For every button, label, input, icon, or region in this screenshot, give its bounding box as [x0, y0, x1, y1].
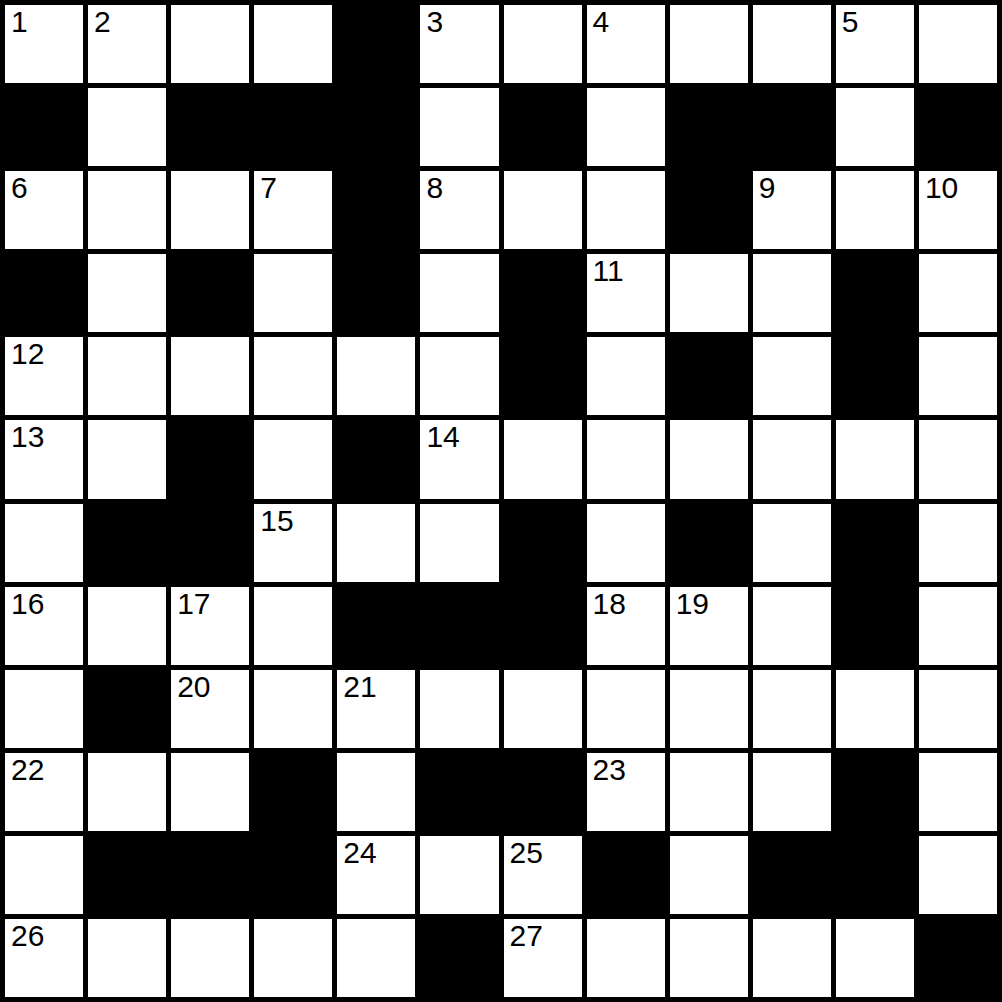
cell-r5c10[interactable]	[836, 420, 914, 498]
block-r4c8	[670, 337, 748, 415]
cell-r5c7[interactable]	[587, 420, 665, 498]
clue-number: 14	[426, 421, 459, 453]
cell-r11c0[interactable]: 26	[5, 919, 83, 997]
cell-r3c9[interactable]	[753, 254, 831, 332]
cell-r0c7[interactable]: 4	[587, 5, 665, 83]
cell-r0c1[interactable]: 2	[88, 5, 166, 83]
cell-r3c1[interactable]	[88, 254, 166, 332]
block-r1c3	[254, 88, 332, 166]
cell-r8c10[interactable]	[836, 670, 914, 748]
cell-r1c7[interactable]	[587, 88, 665, 166]
cell-r2c11[interactable]: 10	[919, 171, 997, 249]
cell-r0c5[interactable]: 3	[420, 5, 498, 83]
clue-number: 6	[11, 172, 28, 204]
block-r10c1	[88, 836, 166, 914]
cell-r2c7[interactable]	[587, 171, 665, 249]
clue-number: 19	[676, 588, 709, 620]
cell-r8c0[interactable]	[5, 670, 83, 748]
cell-r11c6[interactable]: 27	[504, 919, 582, 997]
cell-r7c1[interactable]	[88, 587, 166, 665]
block-r3c2	[171, 254, 249, 332]
cell-r5c6[interactable]	[504, 420, 582, 498]
cell-r4c3[interactable]	[254, 337, 332, 415]
cell-r10c11[interactable]	[919, 836, 997, 914]
cell-r5c5[interactable]: 14	[420, 420, 498, 498]
cell-r4c1[interactable]	[88, 337, 166, 415]
clue-number: 11	[593, 255, 624, 287]
clue-number: 8	[426, 172, 443, 204]
block-r1c8	[670, 88, 748, 166]
clue-number: 22	[11, 754, 44, 786]
clue-number: 16	[11, 588, 44, 620]
cell-r2c9[interactable]: 9	[753, 171, 831, 249]
clue-number: 7	[260, 172, 277, 204]
block-r11c5	[420, 919, 498, 997]
cell-r1c5[interactable]	[420, 88, 498, 166]
cell-r7c3[interactable]	[254, 587, 332, 665]
block-r6c10	[836, 504, 914, 582]
cell-r0c8[interactable]	[670, 5, 748, 83]
block-r6c2	[171, 504, 249, 582]
clue-number: 10	[925, 172, 958, 204]
block-r10c2	[171, 836, 249, 914]
clue-number: 18	[593, 588, 626, 620]
block-r10c10	[836, 836, 914, 914]
cell-r3c7[interactable]: 11	[587, 254, 665, 332]
cell-r3c5[interactable]	[420, 254, 498, 332]
cell-r9c9[interactable]	[753, 753, 831, 831]
cell-r9c8[interactable]	[670, 753, 748, 831]
block-r3c6	[504, 254, 582, 332]
block-r1c9	[753, 88, 831, 166]
cell-r8c4[interactable]: 21	[337, 670, 415, 748]
block-r8c1	[88, 670, 166, 748]
cell-r4c9[interactable]	[753, 337, 831, 415]
cell-r6c4[interactable]	[337, 504, 415, 582]
cell-r0c11[interactable]	[919, 5, 997, 83]
cell-r2c0[interactable]: 6	[5, 171, 83, 249]
cell-r9c0[interactable]: 22	[5, 753, 83, 831]
cell-r8c5[interactable]	[420, 670, 498, 748]
cell-r10c0[interactable]	[5, 836, 83, 914]
cell-r11c7[interactable]	[587, 919, 665, 997]
cell-r4c2[interactable]	[171, 337, 249, 415]
cell-r6c5[interactable]	[420, 504, 498, 582]
cell-r6c9[interactable]	[753, 504, 831, 582]
block-r4c6	[504, 337, 582, 415]
clue-number: 1	[11, 6, 28, 38]
clue-number: 9	[759, 172, 776, 204]
cell-r8c11[interactable]	[919, 670, 997, 748]
block-r1c0	[5, 88, 83, 166]
block-r1c6	[504, 88, 582, 166]
cell-r7c7[interactable]: 18	[587, 587, 665, 665]
block-r5c2	[171, 420, 249, 498]
cell-r1c10[interactable]	[836, 88, 914, 166]
block-r10c3	[254, 836, 332, 914]
cell-r3c8[interactable]	[670, 254, 748, 332]
block-r7c5	[420, 587, 498, 665]
block-r9c6	[504, 753, 582, 831]
clue-number: 23	[593, 754, 626, 786]
cell-r7c2[interactable]: 17	[171, 587, 249, 665]
clue-number: 20	[177, 671, 210, 703]
block-r2c4	[337, 171, 415, 249]
cell-r4c5[interactable]	[420, 337, 498, 415]
block-r1c11	[919, 88, 997, 166]
block-r11c11	[919, 919, 997, 997]
block-r4c10	[836, 337, 914, 415]
cell-r8c6[interactable]	[504, 670, 582, 748]
cell-r0c10[interactable]: 5	[836, 5, 914, 83]
cell-r8c2[interactable]: 20	[171, 670, 249, 748]
block-r3c4	[337, 254, 415, 332]
cell-r0c0[interactable]: 1	[5, 5, 83, 83]
clue-number: 4	[593, 6, 610, 38]
clue-number: 3	[426, 6, 443, 38]
cell-r7c9[interactable]	[753, 587, 831, 665]
block-r6c1	[88, 504, 166, 582]
clue-number: 2	[94, 6, 111, 38]
clue-number: 21	[343, 671, 376, 703]
cell-r2c3[interactable]: 7	[254, 171, 332, 249]
crossword-board: 1234567891011121314151617181920212223242…	[0, 0, 1002, 1002]
cell-r2c5[interactable]: 8	[420, 171, 498, 249]
cell-r0c6[interactable]	[504, 5, 582, 83]
cell-r10c4[interactable]: 24	[337, 836, 415, 914]
cell-r9c7[interactable]: 23	[587, 753, 665, 831]
cell-r7c0[interactable]: 16	[5, 587, 83, 665]
block-r1c2	[171, 88, 249, 166]
cell-r0c3[interactable]	[254, 5, 332, 83]
block-r5c4	[337, 420, 415, 498]
block-r10c9	[753, 836, 831, 914]
clue-number: 26	[11, 920, 44, 952]
cell-r8c7[interactable]	[587, 670, 665, 748]
cell-r6c3[interactable]: 15	[254, 504, 332, 582]
block-r1c4	[337, 88, 415, 166]
cell-r10c8[interactable]	[670, 836, 748, 914]
cell-r0c9[interactable]	[753, 5, 831, 83]
cell-r11c3[interactable]	[254, 919, 332, 997]
cell-r5c0[interactable]: 13	[5, 420, 83, 498]
cell-r8c8[interactable]	[670, 670, 748, 748]
clue-number: 13	[11, 421, 44, 453]
clue-number: 5	[842, 6, 859, 38]
clue-number: 15	[260, 505, 293, 537]
block-r0c4	[337, 5, 415, 83]
cell-r10c5[interactable]	[420, 836, 498, 914]
cell-r4c11[interactable]	[919, 337, 997, 415]
cell-r2c6[interactable]	[504, 171, 582, 249]
cell-r1c1[interactable]	[88, 88, 166, 166]
cell-r0c2[interactable]	[171, 5, 249, 83]
clue-number: 12	[11, 338, 44, 370]
cell-r11c2[interactable]	[171, 919, 249, 997]
block-r6c6	[504, 504, 582, 582]
cell-r5c8[interactable]	[670, 420, 748, 498]
cell-r11c10[interactable]	[836, 919, 914, 997]
cell-r4c0[interactable]: 12	[5, 337, 83, 415]
cell-r9c2[interactable]	[171, 753, 249, 831]
cell-r6c7[interactable]	[587, 504, 665, 582]
clue-number: 27	[510, 920, 543, 952]
cell-r7c8[interactable]: 19	[670, 587, 748, 665]
cell-r11c9[interactable]	[753, 919, 831, 997]
cell-r2c2[interactable]	[171, 171, 249, 249]
cell-r10c6[interactable]: 25	[504, 836, 582, 914]
cell-r11c1[interactable]	[88, 919, 166, 997]
cell-r8c3[interactable]	[254, 670, 332, 748]
block-r9c3	[254, 753, 332, 831]
block-r3c10	[836, 254, 914, 332]
cell-r5c3[interactable]	[254, 420, 332, 498]
cell-r2c1[interactable]	[88, 171, 166, 249]
cell-r5c1[interactable]	[88, 420, 166, 498]
block-r7c10	[836, 587, 914, 665]
cell-r4c4[interactable]	[337, 337, 415, 415]
block-r2c8	[670, 171, 748, 249]
block-r3c0	[5, 254, 83, 332]
block-r6c8	[670, 504, 748, 582]
cell-r9c11[interactable]	[919, 753, 997, 831]
block-r7c6	[504, 587, 582, 665]
block-r10c7	[587, 836, 665, 914]
cell-r3c11[interactable]	[919, 254, 997, 332]
cell-r9c1[interactable]	[88, 753, 166, 831]
cell-r9c4[interactable]	[337, 753, 415, 831]
block-r9c10	[836, 753, 914, 831]
cell-r11c4[interactable]	[337, 919, 415, 997]
block-r9c5	[420, 753, 498, 831]
cell-r5c9[interactable]	[753, 420, 831, 498]
cell-r6c0[interactable]	[5, 504, 83, 582]
cell-r3c3[interactable]	[254, 254, 332, 332]
cell-r7c11[interactable]	[919, 587, 997, 665]
cell-r2c10[interactable]	[836, 171, 914, 249]
clue-number: 17	[177, 588, 210, 620]
cell-r8c9[interactable]	[753, 670, 831, 748]
clue-number: 25	[510, 837, 543, 869]
cell-r6c11[interactable]	[919, 504, 997, 582]
cell-r5c11[interactable]	[919, 420, 997, 498]
block-r7c4	[337, 587, 415, 665]
cell-r11c8[interactable]	[670, 919, 748, 997]
clue-number: 24	[343, 837, 376, 869]
cell-r4c7[interactable]	[587, 337, 665, 415]
